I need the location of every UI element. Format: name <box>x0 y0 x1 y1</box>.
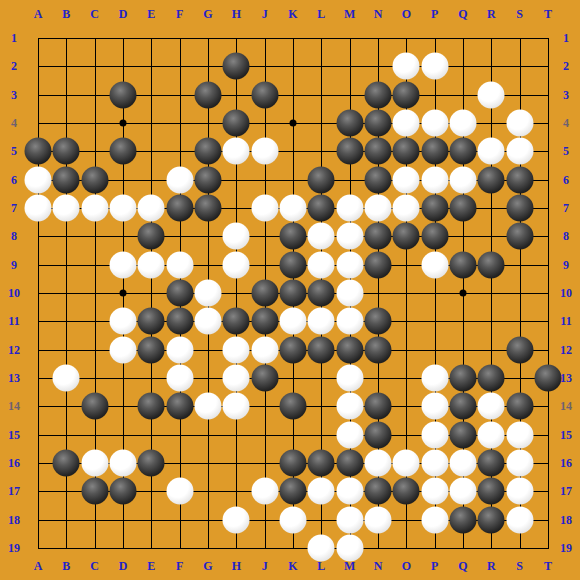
stone-black-H2[interactable] <box>223 53 250 80</box>
stone-black-J10[interactable] <box>251 280 278 307</box>
stone-black-M5[interactable] <box>336 138 363 165</box>
stone-black-N12[interactable] <box>365 336 392 363</box>
stone-white-K7[interactable] <box>280 195 307 222</box>
stone-black-L7[interactable] <box>308 195 335 222</box>
stone-black-D5[interactable] <box>110 138 137 165</box>
stone-white-R3[interactable] <box>478 81 505 108</box>
stone-black-G6[interactable] <box>195 166 222 193</box>
stone-white-F13[interactable] <box>166 365 193 392</box>
stone-white-S17[interactable] <box>506 478 533 505</box>
stone-white-N18[interactable] <box>365 506 392 533</box>
stone-white-H18[interactable] <box>223 506 250 533</box>
stone-white-L17[interactable] <box>308 478 335 505</box>
row-label-left-18: 18 <box>8 514 20 526</box>
stone-white-O7[interactable] <box>393 195 420 222</box>
column-label-top-J: J <box>262 8 268 20</box>
stone-white-L19[interactable] <box>308 535 335 562</box>
row-label-left-5: 5 <box>11 145 17 157</box>
column-label-top-A: A <box>34 8 43 20</box>
stone-black-F14[interactable] <box>166 393 193 420</box>
star-point-K4 <box>290 120 297 127</box>
stone-white-O16[interactable] <box>393 450 420 477</box>
stone-white-C16[interactable] <box>81 450 108 477</box>
stone-white-P9[interactable] <box>421 251 448 278</box>
column-label-bottom-P: P <box>431 560 438 572</box>
stone-black-J11[interactable] <box>251 308 278 335</box>
column-label-bottom-S: S <box>516 560 523 572</box>
stone-black-Q15[interactable] <box>450 421 477 448</box>
row-label-left-14: 14 <box>8 400 20 412</box>
stone-black-R6[interactable] <box>478 166 505 193</box>
stone-black-N17[interactable] <box>365 478 392 505</box>
stone-black-M4[interactable] <box>336 110 363 137</box>
stone-white-H12[interactable] <box>223 336 250 363</box>
column-label-top-C: C <box>90 8 99 20</box>
stone-black-F10[interactable] <box>166 280 193 307</box>
stone-black-Q13[interactable] <box>450 365 477 392</box>
column-label-bottom-M: M <box>344 560 355 572</box>
stone-white-M17[interactable] <box>336 478 363 505</box>
stone-black-Q18[interactable] <box>450 506 477 533</box>
stone-black-C14[interactable] <box>81 393 108 420</box>
stone-black-C17[interactable] <box>81 478 108 505</box>
row-label-right-11: 11 <box>560 315 571 327</box>
stone-black-O17[interactable] <box>393 478 420 505</box>
column-label-bottom-R: R <box>487 560 496 572</box>
column-label-bottom-H: H <box>232 560 241 572</box>
stone-black-N3[interactable] <box>365 81 392 108</box>
row-label-left-12: 12 <box>8 344 20 356</box>
stone-white-M15[interactable] <box>336 421 363 448</box>
stone-black-K8[interactable] <box>280 223 307 250</box>
stone-black-C6[interactable] <box>81 166 108 193</box>
row-label-right-9: 9 <box>563 259 569 271</box>
stone-black-R13[interactable] <box>478 365 505 392</box>
column-label-bottom-Q: Q <box>458 560 467 572</box>
column-label-top-E: E <box>147 8 155 20</box>
stone-white-P17[interactable] <box>421 478 448 505</box>
stone-black-B6[interactable] <box>53 166 80 193</box>
stone-white-Q4[interactable] <box>450 110 477 137</box>
column-label-top-H: H <box>232 8 241 20</box>
column-label-bottom-B: B <box>62 560 70 572</box>
stone-black-N14[interactable] <box>365 393 392 420</box>
stone-black-K16[interactable] <box>280 450 307 477</box>
column-label-top-D: D <box>119 8 128 20</box>
stone-white-B7[interactable] <box>53 195 80 222</box>
row-label-right-2: 2 <box>563 60 569 72</box>
row-label-left-13: 13 <box>8 372 20 384</box>
stone-white-D9[interactable] <box>110 251 137 278</box>
stone-black-M12[interactable] <box>336 336 363 363</box>
column-label-top-K: K <box>288 8 297 20</box>
stone-black-L10[interactable] <box>308 280 335 307</box>
stone-white-L11[interactable] <box>308 308 335 335</box>
row-label-right-10: 10 <box>560 287 572 299</box>
stone-black-S6[interactable] <box>506 166 533 193</box>
stone-black-O8[interactable] <box>393 223 420 250</box>
stone-white-M14[interactable] <box>336 393 363 420</box>
stone-black-R16[interactable] <box>478 450 505 477</box>
stone-white-G10[interactable] <box>195 280 222 307</box>
stone-black-S8[interactable] <box>506 223 533 250</box>
column-label-top-B: B <box>62 8 70 20</box>
stone-white-M8[interactable] <box>336 223 363 250</box>
stone-white-Q6[interactable] <box>450 166 477 193</box>
stone-white-S4[interactable] <box>506 110 533 137</box>
stone-white-H8[interactable] <box>223 223 250 250</box>
row-label-left-11: 11 <box>8 315 19 327</box>
stone-black-K10[interactable] <box>280 280 307 307</box>
stone-white-R14[interactable] <box>478 393 505 420</box>
stone-white-O6[interactable] <box>393 166 420 193</box>
stone-white-S16[interactable] <box>506 450 533 477</box>
stone-white-O2[interactable] <box>393 53 420 80</box>
stone-black-G5[interactable] <box>195 138 222 165</box>
stone-black-L6[interactable] <box>308 166 335 193</box>
stone-black-N11[interactable] <box>365 308 392 335</box>
row-label-left-9: 9 <box>11 259 17 271</box>
stone-white-L9[interactable] <box>308 251 335 278</box>
stone-white-P13[interactable] <box>421 365 448 392</box>
stone-black-N8[interactable] <box>365 223 392 250</box>
stone-white-F17[interactable] <box>166 478 193 505</box>
stone-white-Q16[interactable] <box>450 450 477 477</box>
stone-black-Q9[interactable] <box>450 251 477 278</box>
row-label-right-3: 3 <box>563 89 569 101</box>
stone-black-P7[interactable] <box>421 195 448 222</box>
row-label-right-12: 12 <box>560 344 572 356</box>
stone-black-G3[interactable] <box>195 81 222 108</box>
stone-white-H5[interactable] <box>223 138 250 165</box>
column-label-top-F: F <box>176 8 183 20</box>
column-label-bottom-N: N <box>374 560 383 572</box>
column-label-top-R: R <box>487 8 496 20</box>
stone-white-G14[interactable] <box>195 393 222 420</box>
row-label-right-16: 16 <box>560 457 572 469</box>
row-label-right-19: 19 <box>560 542 572 554</box>
column-label-bottom-L: L <box>317 560 325 572</box>
stone-white-F9[interactable] <box>166 251 193 278</box>
stone-white-E9[interactable] <box>138 251 165 278</box>
stone-black-Q5[interactable] <box>450 138 477 165</box>
stone-black-N6[interactable] <box>365 166 392 193</box>
stone-white-Q17[interactable] <box>450 478 477 505</box>
stone-white-L8[interactable] <box>308 223 335 250</box>
stone-white-K18[interactable] <box>280 506 307 533</box>
stone-white-F6[interactable] <box>166 166 193 193</box>
go-board[interactable]: AABBCCDDEEFFGGHHJJKKLLMMNNOOPPQQRRSSTT11… <box>0 0 580 580</box>
row-label-right-7: 7 <box>563 202 569 214</box>
row-label-right-13: 13 <box>560 372 572 384</box>
row-label-left-8: 8 <box>11 230 17 242</box>
stone-white-K11[interactable] <box>280 308 307 335</box>
stone-white-J5[interactable] <box>251 138 278 165</box>
stone-black-H11[interactable] <box>223 308 250 335</box>
stone-white-D12[interactable] <box>110 336 137 363</box>
stone-black-D17[interactable] <box>110 478 137 505</box>
stone-white-P18[interactable] <box>421 506 448 533</box>
star-point-D10 <box>120 290 127 297</box>
column-label-bottom-T: T <box>544 560 552 572</box>
stone-black-P8[interactable] <box>421 223 448 250</box>
stone-black-N4[interactable] <box>365 110 392 137</box>
column-label-top-Q: Q <box>458 8 467 20</box>
row-label-right-17: 17 <box>560 485 572 497</box>
grid-line-vertical <box>548 38 549 549</box>
stone-white-H9[interactable] <box>223 251 250 278</box>
stone-white-S18[interactable] <box>506 506 533 533</box>
column-label-bottom-K: K <box>288 560 297 572</box>
row-label-right-14: 14 <box>560 400 572 412</box>
stone-black-J3[interactable] <box>251 81 278 108</box>
stone-white-C7[interactable] <box>81 195 108 222</box>
row-label-left-19: 19 <box>8 542 20 554</box>
stone-black-E11[interactable] <box>138 308 165 335</box>
stone-black-F7[interactable] <box>166 195 193 222</box>
stone-white-P6[interactable] <box>421 166 448 193</box>
stone-white-M19[interactable] <box>336 535 363 562</box>
row-label-right-5: 5 <box>563 145 569 157</box>
stone-black-N5[interactable] <box>365 138 392 165</box>
stone-black-A5[interactable] <box>25 138 52 165</box>
column-label-bottom-G: G <box>203 560 212 572</box>
stone-white-P2[interactable] <box>421 53 448 80</box>
stone-black-H4[interactable] <box>223 110 250 137</box>
stone-white-E7[interactable] <box>138 195 165 222</box>
row-label-right-18: 18 <box>560 514 572 526</box>
row-label-left-7: 7 <box>11 202 17 214</box>
stone-white-N16[interactable] <box>365 450 392 477</box>
stone-black-Q7[interactable] <box>450 195 477 222</box>
row-label-left-1: 1 <box>11 32 17 44</box>
stone-white-B13[interactable] <box>53 365 80 392</box>
stone-white-P16[interactable] <box>421 450 448 477</box>
row-label-right-15: 15 <box>560 429 572 441</box>
column-label-top-O: O <box>402 8 411 20</box>
stone-white-H13[interactable] <box>223 365 250 392</box>
column-label-bottom-E: E <box>147 560 155 572</box>
column-label-top-S: S <box>516 8 523 20</box>
stone-black-E16[interactable] <box>138 450 165 477</box>
stone-black-D3[interactable] <box>110 81 137 108</box>
stone-black-L12[interactable] <box>308 336 335 363</box>
column-label-top-L: L <box>317 8 325 20</box>
stone-black-K9[interactable] <box>280 251 307 278</box>
row-label-left-10: 10 <box>8 287 20 299</box>
row-label-right-6: 6 <box>563 174 569 186</box>
stone-black-Q14[interactable] <box>450 393 477 420</box>
column-label-bottom-D: D <box>119 560 128 572</box>
row-label-left-2: 2 <box>11 60 17 72</box>
row-label-left-16: 16 <box>8 457 20 469</box>
stone-white-M13[interactable] <box>336 365 363 392</box>
star-point-D4 <box>120 120 127 127</box>
stone-white-J12[interactable] <box>251 336 278 363</box>
stone-white-M11[interactable] <box>336 308 363 335</box>
stone-black-R17[interactable] <box>478 478 505 505</box>
stone-white-J17[interactable] <box>251 478 278 505</box>
stone-black-B16[interactable] <box>53 450 80 477</box>
stone-white-M10[interactable] <box>336 280 363 307</box>
stone-black-J13[interactable] <box>251 365 278 392</box>
row-label-left-3: 3 <box>11 89 17 101</box>
stone-black-B5[interactable] <box>53 138 80 165</box>
stone-black-R9[interactable] <box>478 251 505 278</box>
stone-black-G7[interactable] <box>195 195 222 222</box>
stone-black-S12[interactable] <box>506 336 533 363</box>
stone-white-P4[interactable] <box>421 110 448 137</box>
stone-white-D11[interactable] <box>110 308 137 335</box>
column-label-top-T: T <box>544 8 552 20</box>
stone-white-G11[interactable] <box>195 308 222 335</box>
stone-black-M16[interactable] <box>336 450 363 477</box>
column-label-top-G: G <box>203 8 212 20</box>
column-label-bottom-A: A <box>34 560 43 572</box>
row-label-left-4: 4 <box>11 117 17 129</box>
stone-white-S5[interactable] <box>506 138 533 165</box>
stone-white-D7[interactable] <box>110 195 137 222</box>
column-label-bottom-O: O <box>402 560 411 572</box>
stone-black-E8[interactable] <box>138 223 165 250</box>
stone-white-H14[interactable] <box>223 393 250 420</box>
stone-white-P14[interactable] <box>421 393 448 420</box>
row-label-right-1: 1 <box>563 32 569 44</box>
row-label-right-8: 8 <box>563 230 569 242</box>
stone-white-M9[interactable] <box>336 251 363 278</box>
stone-white-R5[interactable] <box>478 138 505 165</box>
stone-white-O4[interactable] <box>393 110 420 137</box>
stone-white-N7[interactable] <box>365 195 392 222</box>
column-label-bottom-J: J <box>262 560 268 572</box>
star-point-Q10 <box>460 290 467 297</box>
column-label-top-M: M <box>344 8 355 20</box>
stone-black-P5[interactable] <box>421 138 448 165</box>
stone-black-T13[interactable] <box>535 365 562 392</box>
stone-white-S15[interactable] <box>506 421 533 448</box>
stone-black-S7[interactable] <box>506 195 533 222</box>
stone-white-M7[interactable] <box>336 195 363 222</box>
column-label-top-N: N <box>374 8 383 20</box>
stone-white-J7[interactable] <box>251 195 278 222</box>
stone-black-L16[interactable] <box>308 450 335 477</box>
stone-black-K17[interactable] <box>280 478 307 505</box>
stone-black-N9[interactable] <box>365 251 392 278</box>
column-label-bottom-F: F <box>176 560 183 572</box>
stone-black-E12[interactable] <box>138 336 165 363</box>
stone-white-A7[interactable] <box>25 195 52 222</box>
stone-white-P15[interactable] <box>421 421 448 448</box>
stone-black-O5[interactable] <box>393 138 420 165</box>
stone-white-M18[interactable] <box>336 506 363 533</box>
stone-white-D16[interactable] <box>110 450 137 477</box>
column-label-top-P: P <box>431 8 438 20</box>
stone-black-K14[interactable] <box>280 393 307 420</box>
stone-black-E14[interactable] <box>138 393 165 420</box>
stone-white-A6[interactable] <box>25 166 52 193</box>
row-label-left-6: 6 <box>11 174 17 186</box>
stone-black-R18[interactable] <box>478 506 505 533</box>
stone-black-F11[interactable] <box>166 308 193 335</box>
column-label-bottom-C: C <box>90 560 99 572</box>
row-label-right-4: 4 <box>563 117 569 129</box>
stone-black-K12[interactable] <box>280 336 307 363</box>
stone-black-S14[interactable] <box>506 393 533 420</box>
row-label-left-15: 15 <box>8 429 20 441</box>
grid-line-horizontal <box>38 548 549 549</box>
stone-black-N15[interactable] <box>365 421 392 448</box>
stone-white-R15[interactable] <box>478 421 505 448</box>
stone-black-O3[interactable] <box>393 81 420 108</box>
stone-white-F12[interactable] <box>166 336 193 363</box>
row-label-left-17: 17 <box>8 485 20 497</box>
